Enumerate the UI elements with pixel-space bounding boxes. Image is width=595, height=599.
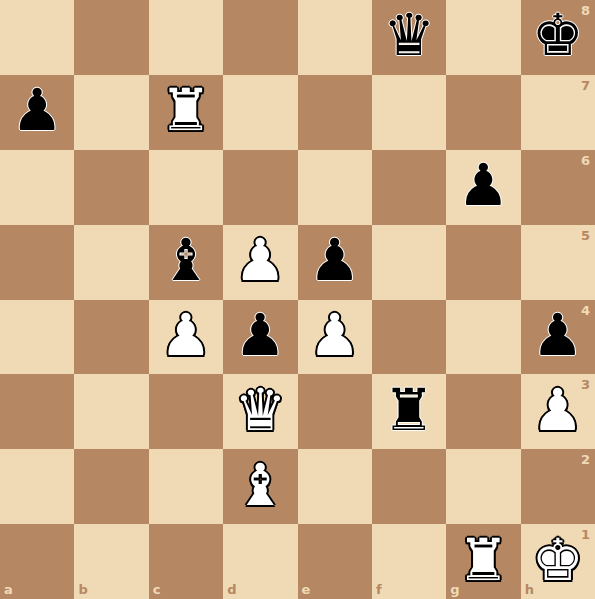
square-e6[interactable] <box>298 150 372 225</box>
square-b8[interactable] <box>74 0 148 75</box>
square-e1[interactable]: e <box>298 524 372 599</box>
square-c4[interactable]: ♟ <box>149 300 223 375</box>
square-c5[interactable]: ♝ <box>149 225 223 300</box>
square-f5[interactable] <box>372 225 446 300</box>
file-label-d: d <box>227 583 236 596</box>
square-a7[interactable]: ♟ <box>0 75 74 150</box>
square-d7[interactable] <box>223 75 297 150</box>
rank-label-7: 7 <box>581 79 590 92</box>
file-label-g: g <box>450 583 459 596</box>
rank-label-4: 4 <box>581 304 590 317</box>
square-d2[interactable]: ♝ <box>223 449 297 524</box>
square-h4[interactable]: ♟4 <box>521 300 595 375</box>
square-a6[interactable] <box>0 150 74 225</box>
rank-label-2: 2 <box>581 453 590 466</box>
piece-white-bishop[interactable]: ♝ <box>234 456 286 514</box>
piece-black-pawn[interactable]: ♟ <box>11 81 63 139</box>
file-label-a: a <box>4 583 13 596</box>
rank-label-5: 5 <box>581 229 590 242</box>
file-label-e: e <box>302 583 311 596</box>
square-f4[interactable] <box>372 300 446 375</box>
square-c8[interactable] <box>149 0 223 75</box>
piece-white-rook[interactable]: ♜ <box>160 81 212 139</box>
file-label-f: f <box>376 583 382 596</box>
square-b5[interactable] <box>74 225 148 300</box>
square-h2[interactable]: 2 <box>521 449 595 524</box>
rank-label-6: 6 <box>581 154 590 167</box>
piece-white-pawn[interactable]: ♟ <box>160 306 212 364</box>
square-f3[interactable]: ♜ <box>372 374 446 449</box>
square-d1[interactable]: d <box>223 524 297 599</box>
square-a1[interactable]: a <box>0 524 74 599</box>
square-b1[interactable]: b <box>74 524 148 599</box>
square-c6[interactable] <box>149 150 223 225</box>
square-d3[interactable]: ♛ <box>223 374 297 449</box>
rank-label-1: 1 <box>581 528 590 541</box>
square-a2[interactable] <box>0 449 74 524</box>
square-f8[interactable]: ♛ <box>372 0 446 75</box>
square-b6[interactable] <box>74 150 148 225</box>
square-f6[interactable] <box>372 150 446 225</box>
square-b4[interactable] <box>74 300 148 375</box>
square-b3[interactable] <box>74 374 148 449</box>
file-label-b: b <box>78 583 87 596</box>
rank-label-3: 3 <box>581 378 590 391</box>
square-e2[interactable] <box>298 449 372 524</box>
square-a8[interactable] <box>0 0 74 75</box>
square-e4[interactable]: ♟ <box>298 300 372 375</box>
square-g1[interactable]: ♜g <box>446 524 520 599</box>
piece-black-king[interactable]: ♚ <box>532 6 584 64</box>
piece-white-pawn[interactable]: ♟ <box>234 231 286 289</box>
chess-board: ♛♚8♟♜7♟6♝♟♟5♟♟♟♟4♛♜♟3♝2abcdef♜g♚1h <box>0 0 595 599</box>
square-f7[interactable] <box>372 75 446 150</box>
piece-black-rook[interactable]: ♜ <box>383 381 435 439</box>
piece-white-queen[interactable]: ♛ <box>234 381 286 439</box>
square-f1[interactable]: f <box>372 524 446 599</box>
square-c3[interactable] <box>149 374 223 449</box>
square-h5[interactable]: 5 <box>521 225 595 300</box>
square-e8[interactable] <box>298 0 372 75</box>
piece-white-pawn[interactable]: ♟ <box>532 381 584 439</box>
square-c7[interactable]: ♜ <box>149 75 223 150</box>
square-e7[interactable] <box>298 75 372 150</box>
square-d4[interactable]: ♟ <box>223 300 297 375</box>
piece-black-queen[interactable]: ♛ <box>383 6 435 64</box>
square-d8[interactable] <box>223 0 297 75</box>
piece-black-pawn[interactable]: ♟ <box>457 156 509 214</box>
square-a3[interactable] <box>0 374 74 449</box>
piece-black-bishop[interactable]: ♝ <box>160 231 212 289</box>
square-h6[interactable]: 6 <box>521 150 595 225</box>
square-g8[interactable] <box>446 0 520 75</box>
piece-black-pawn[interactable]: ♟ <box>309 231 361 289</box>
square-h7[interactable]: 7 <box>521 75 595 150</box>
square-b2[interactable] <box>74 449 148 524</box>
square-g5[interactable] <box>446 225 520 300</box>
square-d6[interactable] <box>223 150 297 225</box>
square-a4[interactable] <box>0 300 74 375</box>
piece-white-rook[interactable]: ♜ <box>457 531 509 589</box>
file-label-h: h <box>525 583 534 596</box>
square-c1[interactable]: c <box>149 524 223 599</box>
square-g4[interactable] <box>446 300 520 375</box>
square-h8[interactable]: ♚8 <box>521 0 595 75</box>
piece-black-pawn[interactable]: ♟ <box>532 306 584 364</box>
square-b7[interactable] <box>74 75 148 150</box>
rank-label-8: 8 <box>581 4 590 17</box>
square-g7[interactable] <box>446 75 520 150</box>
square-h1[interactable]: ♚1h <box>521 524 595 599</box>
square-d5[interactable]: ♟ <box>223 225 297 300</box>
piece-white-pawn[interactable]: ♟ <box>309 306 361 364</box>
square-g6[interactable]: ♟ <box>446 150 520 225</box>
piece-black-pawn[interactable]: ♟ <box>234 306 286 364</box>
file-label-c: c <box>153 583 161 596</box>
piece-white-king[interactable]: ♚ <box>532 531 584 589</box>
square-a5[interactable] <box>0 225 74 300</box>
square-g3[interactable] <box>446 374 520 449</box>
square-g2[interactable] <box>446 449 520 524</box>
square-h3[interactable]: ♟3 <box>521 374 595 449</box>
square-f2[interactable] <box>372 449 446 524</box>
square-e3[interactable] <box>298 374 372 449</box>
square-e5[interactable]: ♟ <box>298 225 372 300</box>
square-c2[interactable] <box>149 449 223 524</box>
